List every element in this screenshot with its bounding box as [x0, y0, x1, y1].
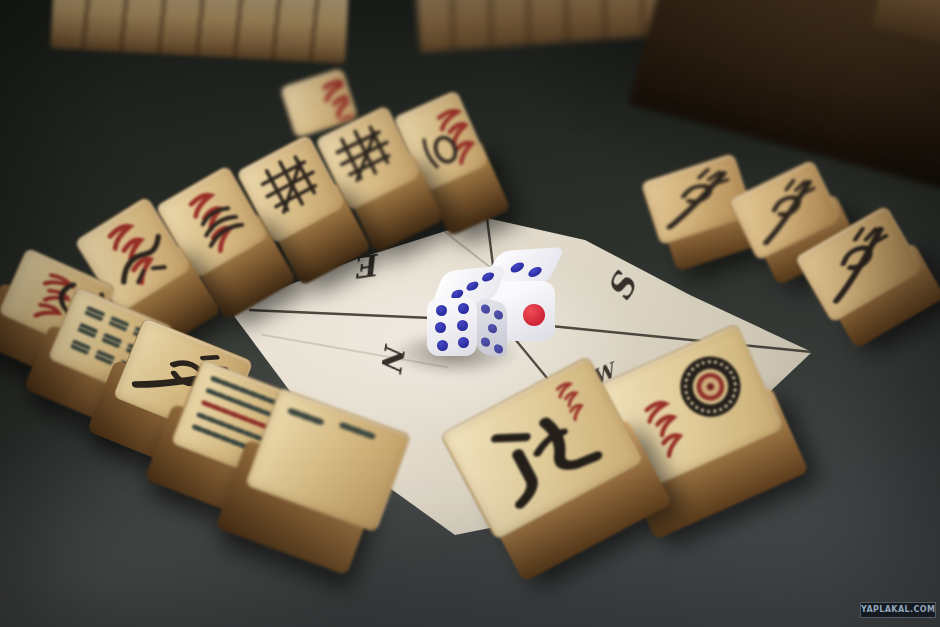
die-left-front-face: [427, 298, 477, 356]
die-left-side-face: [477, 297, 507, 359]
die-left[interactable]: [425, 268, 515, 360]
watermark-badge: YAPLAKAL.COM: [860, 602, 936, 618]
mahjong-table-photo: E S N W: [0, 0, 940, 627]
